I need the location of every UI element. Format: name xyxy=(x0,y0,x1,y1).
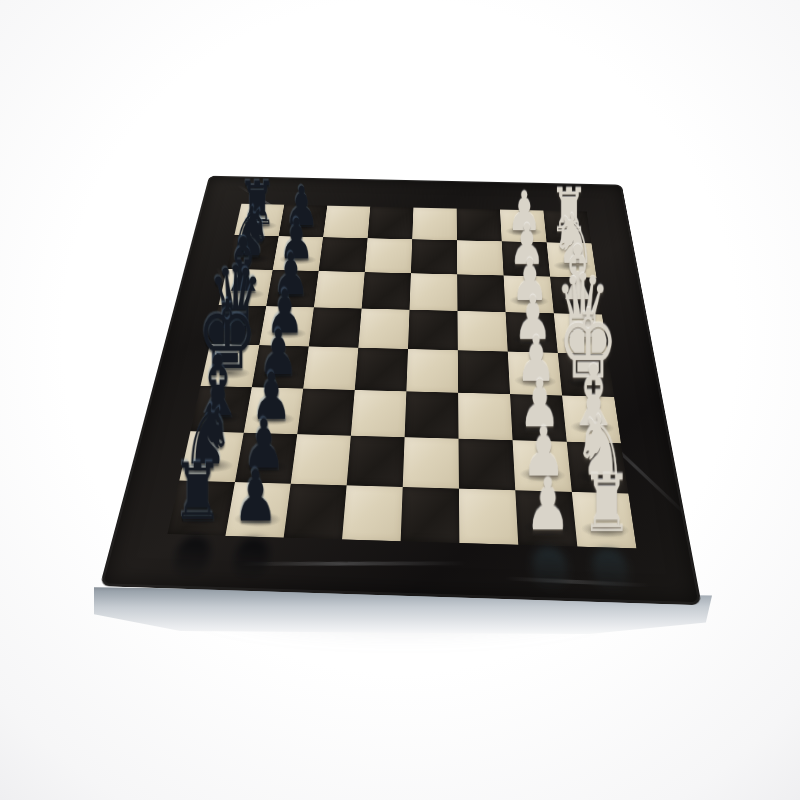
white-piece-reflection xyxy=(531,547,569,589)
black-piece-reflection xyxy=(171,536,213,578)
white-rook: ♜ xyxy=(550,463,662,542)
black-piece-reflection xyxy=(231,538,271,580)
black-pawn-glyph: ♟ xyxy=(233,454,278,537)
product-photo-scene: ♜♜♞♞♝♝♛♛♚♚♝♝♞♞♜♜♟♟♟♟♟♟♟♟♟♟♟♟♟♟♟♟ xyxy=(0,0,800,800)
black-pawn: ♟ xyxy=(200,461,311,532)
white-piece-reflection xyxy=(590,549,630,591)
chess-board: ♜♜♞♞♝♝♛♛♚♚♝♝♞♞♜♜♟♟♟♟♟♟♟♟♟♟♟♟♟♟♟♟ xyxy=(100,176,702,606)
white-rook-glyph: ♜ xyxy=(581,456,631,549)
